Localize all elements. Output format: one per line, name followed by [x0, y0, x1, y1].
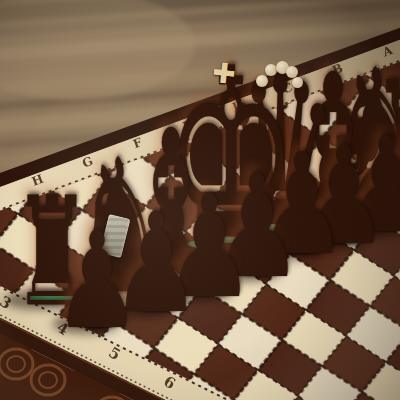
king-cross-finial: ✚ — [208, 56, 239, 92]
pieces-layer: ♜♞♝♛♚✚♝♞♜♟♟♟♟♟♟♟♟ — [0, 0, 400, 400]
pawn-h7: ♟ — [49, 214, 145, 348]
chess-set-photo: HGFEDCBA 3456 ♜♞♝♛♚✚♝♞♜♟♟♟♟♟♟♟♟ — [0, 0, 400, 400]
